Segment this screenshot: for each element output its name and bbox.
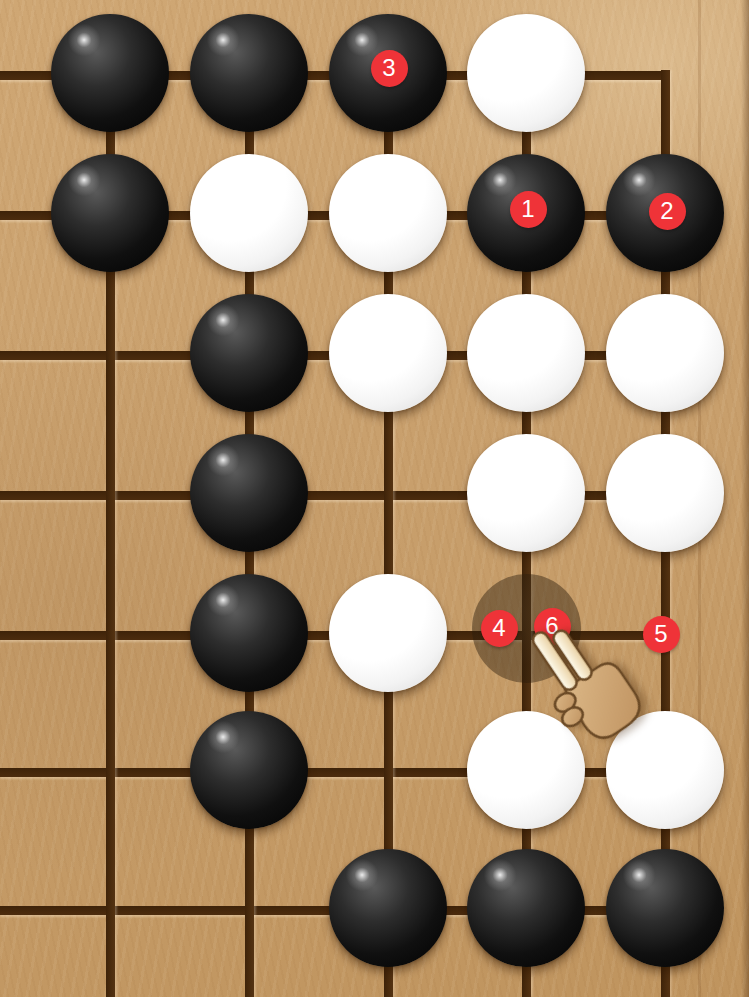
black-stone	[190, 14, 308, 132]
white-stone	[329, 154, 447, 272]
move-number-badge-2: 2	[649, 193, 686, 230]
move-number-badge-4: 4	[481, 610, 518, 647]
white-stone	[606, 294, 724, 412]
white-stone	[467, 294, 585, 412]
black-stone	[190, 294, 308, 412]
white-stone	[329, 574, 447, 692]
black-stone	[190, 434, 308, 552]
move-number-badge-5: 5	[643, 616, 680, 653]
white-stone	[467, 14, 585, 132]
black-stone	[329, 849, 447, 967]
black-stone	[467, 849, 585, 967]
white-stone	[606, 711, 724, 829]
black-stone	[606, 849, 724, 967]
move-number-badge-3: 3	[371, 50, 408, 87]
go-board[interactable]: 123456	[0, 0, 749, 997]
move-number-badge-1: 1	[510, 191, 547, 228]
black-stone	[190, 711, 308, 829]
black-stone	[51, 154, 169, 272]
black-stone	[51, 14, 169, 132]
white-stone	[190, 154, 308, 272]
white-stone	[606, 434, 724, 552]
board-right-edge-shadow	[741, 0, 749, 997]
move-number-badge-6: 6	[534, 608, 571, 645]
white-stone	[467, 434, 585, 552]
white-stone	[329, 294, 447, 412]
black-stone	[190, 574, 308, 692]
white-stone	[467, 711, 585, 829]
